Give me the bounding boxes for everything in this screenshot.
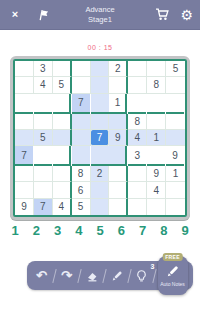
lightbulb-icon xyxy=(135,269,148,283)
cell-r2c7[interactable] xyxy=(128,77,147,93)
cell-r4c6[interactable] xyxy=(109,114,128,130)
undo-icon: ↶ xyxy=(36,269,47,282)
cart-icon xyxy=(155,8,169,21)
cell-r1c9[interactable]: 5 xyxy=(166,61,185,77)
cell-r7c9[interactable]: 1 xyxy=(166,166,185,182)
toolbar-divider xyxy=(77,269,81,283)
cell-r9c6[interactable] xyxy=(109,199,128,215)
cell-r9c7[interactable] xyxy=(128,199,147,215)
cell-r3c1[interactable] xyxy=(15,94,33,114)
cell-r4c7[interactable]: 8 xyxy=(128,114,147,130)
cell-r1c7[interactable] xyxy=(128,61,147,77)
numpad-2[interactable]: 2 xyxy=(29,223,43,238)
cell-r8c5[interactable] xyxy=(91,182,110,198)
cell-r2c8[interactable]: 8 xyxy=(147,77,166,93)
cell-r3c9[interactable] xyxy=(166,94,184,114)
cell-r3c2[interactable] xyxy=(34,94,52,114)
cell-r1c3[interactable] xyxy=(53,61,72,77)
toolbar-divider xyxy=(102,269,106,283)
hint-count-badge: 3 xyxy=(151,263,155,270)
flag-button[interactable] xyxy=(36,8,49,21)
cell-r8c2[interactable] xyxy=(34,182,53,198)
cell-r8c1[interactable] xyxy=(15,182,34,198)
cell-r4c3[interactable] xyxy=(53,114,72,130)
header: × Advance Stage1 ⚙ xyxy=(0,0,200,30)
cell-r5c9[interactable] xyxy=(166,130,185,146)
cell-r7c8[interactable]: 9 xyxy=(147,166,166,182)
cell-r6c8[interactable] xyxy=(147,146,165,166)
cell-r5c1[interactable] xyxy=(15,130,34,146)
cell-r8c9[interactable] xyxy=(166,182,185,198)
eraser-button[interactable] xyxy=(83,266,101,286)
cell-r2c1[interactable] xyxy=(15,77,34,93)
auto-notes-pencil-icon xyxy=(165,264,180,279)
cell-r1c8[interactable] xyxy=(147,61,166,77)
auto-notes-label: Auto Notes xyxy=(160,281,185,287)
cell-r6c9[interactable]: 9 xyxy=(166,146,184,166)
toolbar: ↶ ↷ 3 xyxy=(27,261,193,290)
toolbar-divider xyxy=(52,269,56,283)
cell-r2c9[interactable] xyxy=(166,77,185,93)
hint-button[interactable]: 3 xyxy=(133,266,151,286)
cell-r3c4[interactable]: 7 xyxy=(72,94,90,114)
cell-r6c6[interactable] xyxy=(109,146,127,166)
header-actions: ⚙ xyxy=(155,8,193,22)
page-title: Advance Stage1 xyxy=(65,5,135,25)
cell-r9c8[interactable] xyxy=(147,199,166,215)
numpad-6[interactable]: 6 xyxy=(114,223,128,238)
numpad-3[interactable]: 3 xyxy=(51,223,65,238)
cell-r4c1[interactable] xyxy=(15,114,34,130)
close-button[interactable]: × xyxy=(7,7,23,23)
sudoku-app: × Advance Stage1 ⚙ 00 : 15 xyxy=(0,0,200,320)
cell-r4c9[interactable] xyxy=(166,114,185,130)
cell-r7c4[interactable]: 8 xyxy=(72,166,91,182)
auto-notes-button[interactable]: FREE Auto Notes xyxy=(158,256,188,295)
numpad-8[interactable]: 8 xyxy=(157,223,171,238)
cell-r6c5[interactable] xyxy=(91,146,109,166)
cell-r5c6[interactable]: 9 xyxy=(109,130,128,146)
cell-r6c4[interactable] xyxy=(72,146,90,166)
cell-r6c7[interactable]: 3 xyxy=(128,146,146,166)
cell-r2c6[interactable] xyxy=(109,77,128,93)
cell-r9c4[interactable]: 5 xyxy=(72,199,91,215)
cell-r7c1[interactable] xyxy=(15,166,34,182)
cell-r2c2[interactable]: 4 xyxy=(34,77,53,93)
cell-r7c2[interactable] xyxy=(34,166,53,182)
numpad-5[interactable]: 5 xyxy=(93,223,107,238)
flag-icon xyxy=(36,8,49,21)
sudoku-grid: 325458718579417398291649745 xyxy=(13,59,187,217)
free-badge: FREE xyxy=(162,253,183,261)
title-line2: Stage1 xyxy=(65,15,135,25)
toolbar-divider xyxy=(152,269,156,283)
cell-r1c1[interactable] xyxy=(15,61,34,77)
redo-icon: ↷ xyxy=(61,269,72,282)
close-icon: × xyxy=(12,9,18,20)
cell-r3c8[interactable] xyxy=(147,94,165,114)
cell-r9c5[interactable] xyxy=(91,199,110,215)
timer: 00 : 15 xyxy=(0,44,200,51)
numpad: 123456789 xyxy=(8,223,192,238)
cell-r3c6[interactable]: 1 xyxy=(109,94,127,114)
cell-r7c3[interactable] xyxy=(53,166,72,182)
numpad-7[interactable]: 7 xyxy=(136,223,150,238)
title-line1: Advance xyxy=(65,5,135,15)
cell-r2c5[interactable] xyxy=(91,77,110,93)
cell-r7c7[interactable] xyxy=(128,166,147,182)
numpad-4[interactable]: 4 xyxy=(72,223,86,238)
pen-icon xyxy=(110,269,124,283)
cell-r5c7[interactable]: 4 xyxy=(128,130,147,146)
cell-r6c3[interactable] xyxy=(53,146,71,166)
cell-r2c4[interactable] xyxy=(72,77,91,93)
cell-r8c6[interactable] xyxy=(109,182,128,198)
numpad-9[interactable]: 9 xyxy=(178,223,192,238)
cell-r1c6[interactable]: 2 xyxy=(109,61,128,77)
numpad-1[interactable]: 1 xyxy=(8,223,22,238)
cell-r3c5[interactable] xyxy=(91,94,109,114)
cell-r9c2[interactable]: 7 xyxy=(34,199,53,215)
cell-r5c5[interactable]: 7 xyxy=(91,130,110,146)
cell-r1c4[interactable] xyxy=(72,61,91,77)
cell-r4c8[interactable] xyxy=(147,114,166,130)
cell-r5c2[interactable]: 5 xyxy=(34,130,53,146)
cell-r6c1[interactable]: 7 xyxy=(15,146,33,166)
cell-r8c8[interactable]: 4 xyxy=(147,182,166,198)
cell-r1c5[interactable] xyxy=(91,61,110,77)
cell-r8c4[interactable]: 6 xyxy=(72,182,91,198)
cell-r8c3[interactable] xyxy=(53,182,72,198)
pen-button[interactable] xyxy=(108,266,126,286)
cell-r4c2[interactable] xyxy=(34,114,53,130)
cell-r5c4[interactable] xyxy=(72,130,91,146)
gear-icon: ⚙ xyxy=(180,8,193,22)
cell-r7c6[interactable] xyxy=(109,166,128,182)
settings-button[interactable]: ⚙ xyxy=(180,8,193,22)
toolbar-divider xyxy=(127,269,131,283)
undo-button[interactable]: ↶ xyxy=(33,266,51,286)
cell-r9c9[interactable] xyxy=(166,199,185,215)
cell-r8c7[interactable] xyxy=(128,182,147,198)
eraser-icon xyxy=(85,269,99,283)
redo-button[interactable]: ↷ xyxy=(58,266,76,286)
cell-r5c3[interactable] xyxy=(53,130,72,146)
cell-r4c5[interactable] xyxy=(91,114,110,130)
cell-r6c2[interactable] xyxy=(34,146,52,166)
cell-r5c8[interactable]: 1 xyxy=(147,130,166,146)
cell-r9c3[interactable]: 4 xyxy=(53,199,72,215)
cell-r3c7[interactable] xyxy=(128,94,146,114)
board-frame: 325458718579417398291649745 xyxy=(10,56,190,220)
cell-r1c2[interactable]: 3 xyxy=(34,61,53,77)
cell-r7c5[interactable]: 2 xyxy=(91,166,110,182)
cell-r4c4[interactable] xyxy=(72,114,91,130)
shop-button[interactable] xyxy=(155,8,169,21)
cell-r9c1[interactable]: 9 xyxy=(15,199,34,215)
cell-r2c3[interactable]: 5 xyxy=(53,77,72,93)
cell-r3c3[interactable] xyxy=(53,94,71,114)
